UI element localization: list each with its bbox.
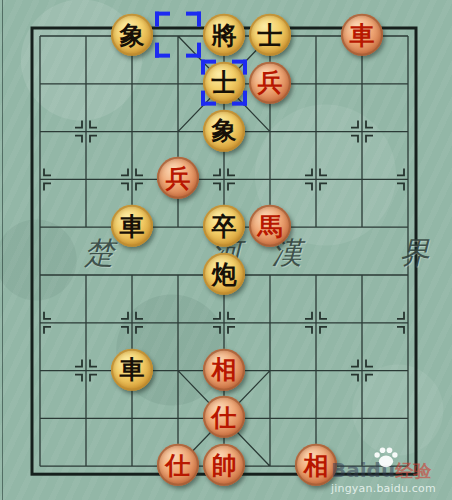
xiangqi-game-screen: 楚 河 漢 界 象將士車士兵象兵車卒馬炮車相仕仕帥相 Baidu经验 jingy… xyxy=(0,0,452,500)
piece-black-general[interactable]: 將 xyxy=(203,14,245,56)
marker-corner xyxy=(155,12,170,27)
piece-red-chariot[interactable]: 車 xyxy=(341,14,383,56)
piece-red-elephant[interactable]: 相 xyxy=(203,348,245,390)
piece-black-elephant[interactable]: 象 xyxy=(111,14,153,56)
piece-red-soldier[interactable]: 兵 xyxy=(249,62,291,104)
piece-black-soldier[interactable]: 卒 xyxy=(203,205,245,247)
piece-black-chariot[interactable]: 車 xyxy=(111,205,153,247)
piece-black-cannon[interactable]: 炮 xyxy=(203,253,245,295)
piece-black-advisor[interactable]: 士 xyxy=(203,62,245,104)
piece-black-advisor[interactable]: 士 xyxy=(249,14,291,56)
piece-red-advisor[interactable]: 仕 xyxy=(203,396,245,438)
jingyan-brand-text: 经验 xyxy=(395,460,431,481)
piece-black-chariot[interactable]: 車 xyxy=(111,348,153,390)
watermark-brand-row: Baidu经验 xyxy=(331,458,449,479)
marker-corner xyxy=(186,12,201,27)
baidu-jingyan-watermark: Baidu经验 jingyan.baidu.com xyxy=(331,458,449,495)
baidu-paw-icon xyxy=(373,445,399,473)
marker-corner xyxy=(186,43,201,58)
watermark-url: jingyan.baidu.com xyxy=(331,482,449,495)
piece-layer: 象將士車士兵象兵車卒馬炮車相仕仕帥相 xyxy=(0,0,452,500)
piece-red-horse[interactable]: 馬 xyxy=(249,205,291,247)
piece-red-advisor[interactable]: 仕 xyxy=(157,444,199,486)
piece-red-general[interactable]: 帥 xyxy=(203,444,245,486)
last-move-from-marker xyxy=(155,12,201,58)
piece-black-elephant[interactable]: 象 xyxy=(203,109,245,151)
marker-corner xyxy=(155,43,170,58)
piece-red-soldier[interactable]: 兵 xyxy=(157,157,199,199)
